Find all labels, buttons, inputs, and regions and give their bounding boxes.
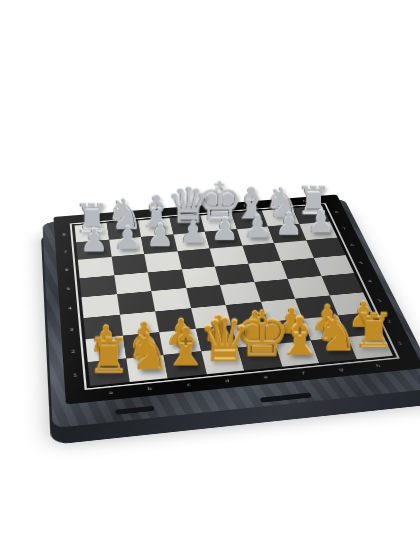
product-photo-chess-set: abcdefgh abcdefgh 87654321 87654321 ♜♞♝♛… [0,0,420,560]
file-label-d: d [208,377,248,386]
rank-label-2: 2 [68,340,79,364]
silver-pawn-c7[interactable]: ♟ [146,219,174,250]
square-b4[interactable] [117,291,156,314]
square-d5[interactable] [181,266,220,288]
rank-label-7: 7 [61,243,70,261]
silver-pawn-g7[interactable]: ♟ [275,209,303,240]
rank-label-4: 4 [65,298,75,319]
board-grid: ♜♞♝♛♚♝♞♜♟♟♟♟♟♟♟♟♟♟♟♟♟♟♟♟♜♞♝♛♚♝♞♜ [75,206,393,386]
square-a6[interactable] [78,257,114,278]
square-h4[interactable] [321,273,363,295]
square-g4[interactable] [288,276,330,298]
gold-knight-b1[interactable]: ♞ [125,327,170,378]
square-a1[interactable]: ♜ [88,358,129,386]
square-c7[interactable]: ♟ [141,234,177,254]
silver-pawn-d7[interactable]: ♟ [179,216,207,247]
file-label-e: e [246,373,286,382]
square-g7[interactable]: ♟ [268,224,306,243]
rank-label-7: 7 [337,220,352,237]
silver-pawn-a7[interactable]: ♟ [80,224,108,256]
rank-label-6: 6 [62,260,71,279]
rank-label-6: 6 [345,236,361,254]
square-b7[interactable]: ♟ [109,237,145,257]
silver-pawn-b7[interactable]: ♟ [113,222,141,254]
rank-label-4: 4 [362,272,379,292]
square-b6[interactable] [111,254,148,275]
silver-pawn-h7[interactable]: ♟ [307,206,335,237]
square-d6[interactable] [177,249,215,270]
square-c5[interactable] [148,269,186,291]
file-label-c: c [169,381,209,390]
rank-label-3: 3 [67,318,77,340]
file-label-g: g [322,365,361,374]
square-c4[interactable] [151,288,190,311]
gold-rook-h1[interactable]: ♜ [352,308,394,355]
square-a4[interactable] [81,294,119,317]
silver-pawn-e7[interactable]: ♟ [211,214,239,245]
square-b1[interactable]: ♞ [126,355,168,382]
file-label-h: h [359,362,398,371]
latch-slot [116,406,155,415]
rank-label-8: 8 [60,226,69,243]
file-label-f: f [284,369,323,378]
chess-board: abcdefgh abcdefgh 87654321 87654321 ♜♞♝♛… [53,194,420,404]
rank-label-5: 5 [64,279,74,299]
rank-label-5: 5 [353,254,369,273]
file-label-b: b [130,385,170,394]
gold-rook-a1[interactable]: ♜ [87,332,131,381]
file-label-a: a [91,388,131,397]
scene: abcdefgh abcdefgh 87654321 87654321 ♜♞♝♛… [0,0,420,560]
latch-slot [260,393,312,403]
silver-pawn-f7[interactable]: ♟ [243,211,271,242]
rank-label-1: 1 [70,363,81,388]
